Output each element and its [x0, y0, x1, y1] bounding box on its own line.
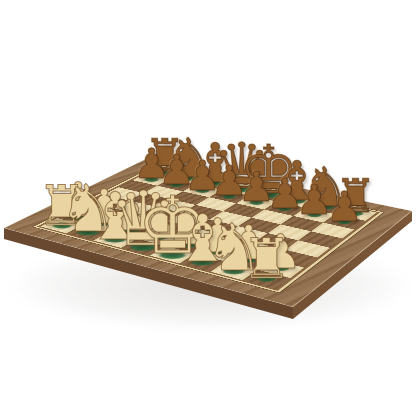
piece-brown-pawn-h7[interactable]: ♟	[326, 186, 363, 228]
product-photo-stage: ♜♞♟♝♟♛♟♚♟♝♟♞♟♜♟♟♟♟♜♟♞♟♝♟♛♟♚♟♝♟♞♜	[0, 0, 416, 416]
pieces-layer: ♜♞♟♝♟♛♟♚♟♝♟♞♟♜♟♟♟♟♜♟♞♟♝♟♛♟♚♟♝♟♞♜	[0, 0, 416, 416]
piece-white-rook-h1[interactable]: ♜	[242, 231, 292, 287]
